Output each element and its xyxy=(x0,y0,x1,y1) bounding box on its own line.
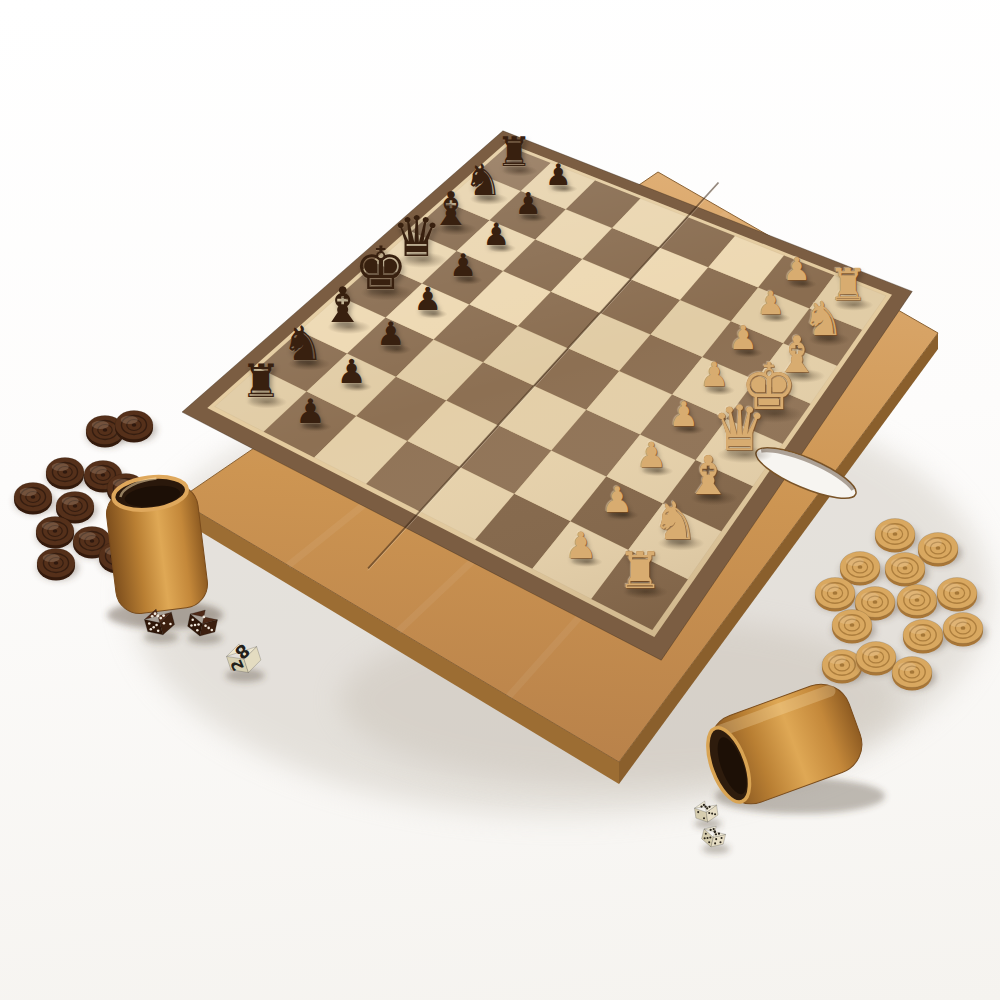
checker-dark-2 xyxy=(115,411,157,443)
checker-dark-3 xyxy=(46,458,88,490)
checker-dark-10 xyxy=(37,549,79,581)
die-white-1 xyxy=(694,801,722,829)
die-white-2 xyxy=(702,826,730,853)
board-and-accessories-svg: 28 xyxy=(0,0,1000,1000)
product-photo-scene: 28 ♜♟♞♟♝♟♛♟♟♚♜♟♟♝♞♟♟♞♝♟♟♜♚♟♟♛♟♝♟♞♟♜ xyxy=(0,0,1000,1000)
checker-dark-6 xyxy=(14,483,56,515)
